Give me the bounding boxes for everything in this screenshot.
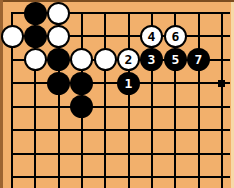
stone-black xyxy=(24,2,47,25)
grid-line-vertical xyxy=(128,12,130,188)
grid-line-horizontal xyxy=(11,106,230,108)
stone-white xyxy=(70,48,93,71)
stone-black-1: 1 xyxy=(117,72,140,95)
grid-line-horizontal xyxy=(11,176,230,178)
grid-line-horizontal xyxy=(11,129,230,131)
stone-white xyxy=(47,2,70,25)
board-border-left xyxy=(0,0,3,188)
stone-white-2: 2 xyxy=(117,48,140,71)
stone-black xyxy=(70,95,93,118)
stone-black-5: 5 xyxy=(164,48,187,71)
stone-white xyxy=(24,48,47,71)
stone-black-3: 3 xyxy=(140,48,163,71)
grid-line-vertical xyxy=(221,12,223,188)
stone-white-4: 4 xyxy=(140,25,163,48)
stone-black xyxy=(24,25,47,48)
stone-black xyxy=(47,48,70,71)
go-board-diagram: 4623571 xyxy=(0,0,234,188)
star-point xyxy=(218,80,225,87)
stone-black xyxy=(70,72,93,95)
stone-white xyxy=(1,25,24,48)
stone-white xyxy=(94,48,117,71)
board-right-margin xyxy=(231,2,234,188)
stone-white-6: 6 xyxy=(164,25,187,48)
stone-white xyxy=(47,25,70,48)
grid-line-vertical xyxy=(104,12,106,188)
stone-black xyxy=(47,72,70,95)
grid-line-horizontal xyxy=(11,153,230,155)
stone-black-7: 7 xyxy=(187,48,210,71)
grid-line-vertical xyxy=(198,12,200,188)
